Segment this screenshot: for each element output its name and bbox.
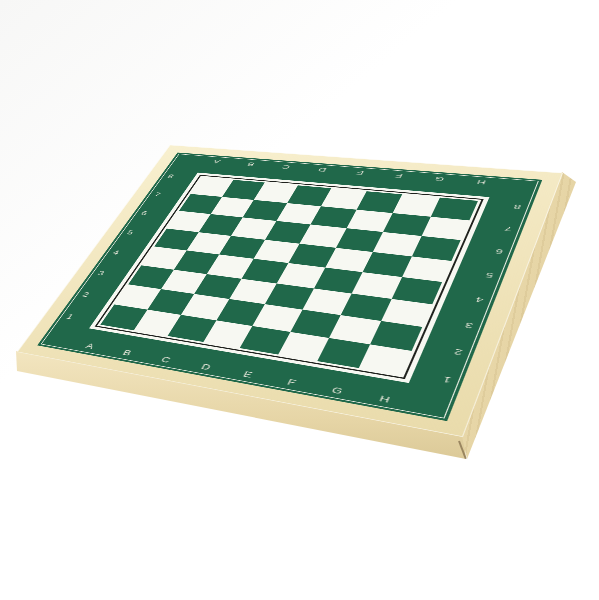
product-photo: ABCDEFGH ABCDEFGH 87654321 87654321 xyxy=(0,0,599,600)
chessboard: ABCDEFGH ABCDEFGH 87654321 87654321 xyxy=(17,145,563,437)
frame-corner-join xyxy=(458,441,467,459)
